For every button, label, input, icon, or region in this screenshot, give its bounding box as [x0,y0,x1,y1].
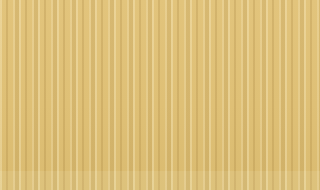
pieces-layer [0,0,320,190]
xiangqi-board[interactable] [0,0,320,190]
